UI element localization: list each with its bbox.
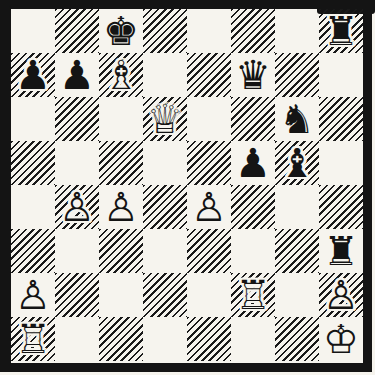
square-d4[interactable] — [143, 185, 187, 229]
square-a1[interactable]: ♖ — [11, 317, 55, 361]
piece-black-rook-h3[interactable]: ♜ — [323, 231, 359, 271]
square-c8[interactable]: ♚ — [99, 9, 143, 53]
piece-black-pawn-f5[interactable]: ♟ — [235, 143, 271, 183]
square-b5[interactable] — [55, 141, 99, 185]
piece-black-bishop-g5[interactable]: ♝ — [279, 143, 315, 183]
square-h5[interactable] — [319, 141, 363, 185]
square-a6[interactable] — [11, 97, 55, 141]
piece-white-rook-f2[interactable]: ♖ — [235, 275, 271, 315]
piece-black-knight-g6[interactable]: ♞ — [279, 99, 315, 139]
piece-white-queen-d6[interactable]: ♕ — [147, 99, 183, 139]
square-b3[interactable] — [55, 229, 99, 273]
chess-board: ♚♜♟♟♗♛♕♞♟♝♙♙♙♜♙♖♙♖♔ — [11, 9, 363, 361]
square-b7[interactable]: ♟ — [55, 53, 99, 97]
square-d2[interactable] — [143, 273, 187, 317]
piece-black-rook-h8[interactable]: ♜ — [323, 11, 359, 51]
square-b1[interactable] — [55, 317, 99, 361]
square-d3[interactable] — [143, 229, 187, 273]
frame-left-bar — [0, 6, 11, 372]
square-f3[interactable] — [231, 229, 275, 273]
piece-white-pawn-a2[interactable]: ♙ — [15, 275, 51, 315]
square-a3[interactable] — [11, 229, 55, 273]
square-a5[interactable] — [11, 141, 55, 185]
piece-black-king-c8[interactable]: ♚ — [103, 11, 139, 51]
square-a7[interactable]: ♟ — [11, 53, 55, 97]
square-h4[interactable] — [319, 185, 363, 229]
square-a4[interactable] — [11, 185, 55, 229]
square-g6[interactable]: ♞ — [275, 97, 319, 141]
piece-black-pawn-a7[interactable]: ♟ — [15, 55, 51, 95]
square-c4[interactable]: ♙ — [99, 185, 143, 229]
square-e3[interactable] — [187, 229, 231, 273]
square-g1[interactable] — [275, 317, 319, 361]
piece-white-bishop-c7[interactable]: ♗ — [103, 55, 139, 95]
square-f6[interactable] — [231, 97, 275, 141]
square-g3[interactable] — [275, 229, 319, 273]
square-f1[interactable] — [231, 317, 275, 361]
square-h6[interactable] — [319, 97, 363, 141]
square-d6[interactable]: ♕ — [143, 97, 187, 141]
square-c5[interactable] — [99, 141, 143, 185]
square-g4[interactable] — [275, 185, 319, 229]
square-c1[interactable] — [99, 317, 143, 361]
square-e1[interactable] — [187, 317, 231, 361]
square-d1[interactable] — [143, 317, 187, 361]
square-f8[interactable] — [231, 9, 275, 53]
square-e8[interactable] — [187, 9, 231, 53]
piece-black-pawn-b7[interactable]: ♟ — [59, 55, 95, 95]
square-b4[interactable]: ♙ — [55, 185, 99, 229]
square-a2[interactable]: ♙ — [11, 273, 55, 317]
square-b8[interactable] — [55, 9, 99, 53]
piece-white-rook-a1[interactable]: ♖ — [15, 319, 51, 359]
square-h1[interactable]: ♔ — [319, 317, 363, 361]
square-c7[interactable]: ♗ — [99, 53, 143, 97]
square-b2[interactable] — [55, 273, 99, 317]
square-e7[interactable] — [187, 53, 231, 97]
square-f5[interactable]: ♟ — [231, 141, 275, 185]
square-g2[interactable] — [275, 273, 319, 317]
piece-white-pawn-b4[interactable]: ♙ — [59, 187, 95, 227]
square-b6[interactable] — [55, 97, 99, 141]
square-f7[interactable]: ♛ — [231, 53, 275, 97]
square-e4[interactable]: ♙ — [187, 185, 231, 229]
piece-white-pawn-h2[interactable]: ♙ — [323, 275, 359, 315]
frame-bottom-bar — [0, 363, 372, 372]
piece-white-pawn-c4[interactable]: ♙ — [103, 187, 139, 227]
square-d5[interactable] — [143, 141, 187, 185]
square-g7[interactable] — [275, 53, 319, 97]
square-h3[interactable]: ♜ — [319, 229, 363, 273]
square-f2[interactable]: ♖ — [231, 273, 275, 317]
square-e6[interactable] — [187, 97, 231, 141]
square-e2[interactable] — [187, 273, 231, 317]
square-a8[interactable] — [11, 9, 55, 53]
square-d8[interactable] — [143, 9, 187, 53]
square-d7[interactable] — [143, 53, 187, 97]
piece-white-pawn-e4[interactable]: ♙ — [191, 187, 227, 227]
square-h2[interactable]: ♙ — [319, 273, 363, 317]
scanned-chess-diagram: ♚♜♟♟♗♛♕♞♟♝♙♙♙♜♙♖♙♖♔ — [0, 0, 375, 375]
square-g8[interactable] — [275, 9, 319, 53]
square-c3[interactable] — [99, 229, 143, 273]
square-h8[interactable]: ♜ — [319, 9, 363, 53]
piece-black-queen-f7[interactable]: ♛ — [235, 55, 271, 95]
square-c6[interactable] — [99, 97, 143, 141]
square-f4[interactable] — [231, 185, 275, 229]
square-c2[interactable] — [99, 273, 143, 317]
square-h7[interactable] — [319, 53, 363, 97]
piece-white-king-h1[interactable]: ♔ — [323, 319, 359, 359]
frame-right-bar — [363, 0, 372, 372]
square-g5[interactable]: ♝ — [275, 141, 319, 185]
square-e5[interactable] — [187, 141, 231, 185]
